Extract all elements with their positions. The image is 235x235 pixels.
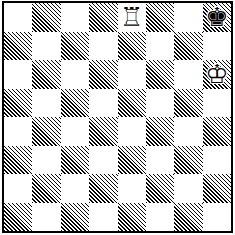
- square-g4[interactable]: [174, 117, 202, 146]
- square-a6[interactable]: [4, 60, 32, 89]
- square-h2[interactable]: [203, 174, 231, 203]
- square-h8[interactable]: ♚♚: [203, 3, 231, 32]
- square-e1[interactable]: [118, 203, 146, 232]
- square-d4[interactable]: [89, 117, 117, 146]
- square-b4[interactable]: [32, 117, 60, 146]
- square-f3[interactable]: [146, 146, 174, 175]
- square-f1[interactable]: [146, 203, 174, 232]
- square-h3[interactable]: [203, 146, 231, 175]
- square-e7[interactable]: [118, 32, 146, 61]
- square-h4[interactable]: [203, 117, 231, 146]
- square-b3[interactable]: [32, 146, 60, 175]
- piece-black-king[interactable]: ♚♚: [203, 3, 231, 32]
- square-e5[interactable]: [118, 89, 146, 118]
- square-e2[interactable]: [118, 174, 146, 203]
- square-c1[interactable]: [61, 203, 89, 232]
- square-c6[interactable]: [61, 60, 89, 89]
- square-b8[interactable]: [32, 3, 60, 32]
- square-g1[interactable]: [174, 203, 202, 232]
- square-c8[interactable]: [61, 3, 89, 32]
- piece-glyph: ♔: [205, 61, 228, 87]
- square-h6[interactable]: ♚♔: [203, 60, 231, 89]
- square-h5[interactable]: [203, 89, 231, 118]
- square-e3[interactable]: [118, 146, 146, 175]
- square-f5[interactable]: [146, 89, 174, 118]
- piece-glyph: ♚: [205, 4, 228, 30]
- square-b2[interactable]: [32, 174, 60, 203]
- square-d1[interactable]: [89, 203, 117, 232]
- square-a5[interactable]: [4, 89, 32, 118]
- square-d7[interactable]: [89, 32, 117, 61]
- square-c3[interactable]: [61, 146, 89, 175]
- board-frame: ♜♖♚♚♚♔: [2, 1, 233, 233]
- chess-board: ♜♖♚♚♚♔: [4, 3, 231, 231]
- square-e8[interactable]: ♜♖: [118, 3, 146, 32]
- chess-diagram: ♜♖♚♚♚♔: [0, 0, 235, 235]
- square-g2[interactable]: [174, 174, 202, 203]
- square-f6[interactable]: [146, 60, 174, 89]
- square-d6[interactable]: [89, 60, 117, 89]
- square-a3[interactable]: [4, 146, 32, 175]
- square-a1[interactable]: [4, 203, 32, 232]
- square-b1[interactable]: [32, 203, 60, 232]
- square-a8[interactable]: [4, 3, 32, 32]
- square-g7[interactable]: [174, 32, 202, 61]
- square-e6[interactable]: [118, 60, 146, 89]
- square-g8[interactable]: [174, 3, 202, 32]
- square-d2[interactable]: [89, 174, 117, 203]
- square-b6[interactable]: [32, 60, 60, 89]
- square-a2[interactable]: [4, 174, 32, 203]
- square-e4[interactable]: [118, 117, 146, 146]
- square-h1[interactable]: [203, 203, 231, 232]
- square-g6[interactable]: [174, 60, 202, 89]
- square-f4[interactable]: [146, 117, 174, 146]
- piece-white-king[interactable]: ♚♔: [203, 60, 231, 89]
- square-g5[interactable]: [174, 89, 202, 118]
- square-a7[interactable]: [4, 32, 32, 61]
- square-g3[interactable]: [174, 146, 202, 175]
- square-c4[interactable]: [61, 117, 89, 146]
- square-c2[interactable]: [61, 174, 89, 203]
- square-a4[interactable]: [4, 117, 32, 146]
- square-c5[interactable]: [61, 89, 89, 118]
- square-d3[interactable]: [89, 146, 117, 175]
- square-b7[interactable]: [32, 32, 60, 61]
- square-b5[interactable]: [32, 89, 60, 118]
- square-f2[interactable]: [146, 174, 174, 203]
- square-f8[interactable]: [146, 3, 174, 32]
- piece-white-rook[interactable]: ♜♖: [118, 3, 146, 32]
- square-f7[interactable]: [146, 32, 174, 61]
- piece-glyph: ♖: [120, 4, 143, 30]
- square-c7[interactable]: [61, 32, 89, 61]
- square-h7[interactable]: [203, 32, 231, 61]
- square-d8[interactable]: [89, 3, 117, 32]
- square-d5[interactable]: [89, 89, 117, 118]
